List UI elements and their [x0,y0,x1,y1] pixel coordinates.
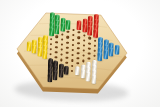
peg-hole[interactable] [71,64,74,66]
peg-hole[interactable] [76,62,79,64]
peg-hole[interactable] [82,50,85,52]
peg-hole[interactable] [71,59,74,61]
peg-blue[interactable] [103,50,108,59]
peg-hole[interactable] [88,42,91,44]
peg-hole[interactable] [82,44,85,46]
peg-hole[interactable] [55,41,58,43]
peg-white[interactable] [91,75,96,84]
peg-hole[interactable] [71,44,74,46]
peg-holes-grid [25,17,121,84]
peg-hole[interactable] [65,57,68,59]
peg-hole[interactable] [82,55,85,57]
peg-black[interactable] [64,66,69,75]
peg-hole[interactable] [49,48,52,50]
peg-hole[interactable] [60,49,63,51]
peg-blue[interactable] [114,45,119,54]
peg-hole[interactable] [66,46,69,48]
peg-hole[interactable] [72,29,75,31]
peg-hole[interactable] [77,52,80,54]
peg-hole[interactable] [61,33,64,35]
peg-hole[interactable] [76,57,79,59]
peg-red[interactable] [93,29,98,38]
peg-hole[interactable] [93,45,96,47]
peg-hole[interactable] [55,46,58,48]
peg-hole[interactable] [49,43,52,45]
peg-hole[interactable] [94,40,97,42]
peg-hole[interactable] [87,57,90,59]
peg-hole[interactable] [66,36,69,38]
peg-black[interactable] [52,71,57,80]
chinese-checkers-board [0,0,160,107]
peg-hole[interactable] [55,51,58,53]
peg-hole[interactable] [72,39,75,41]
peg-hole[interactable] [66,51,69,53]
peg-hole[interactable] [88,37,91,39]
peg-hole[interactable] [65,62,68,64]
peg-hole[interactable] [77,32,80,34]
peg-hole[interactable] [66,31,69,33]
peg-hole[interactable] [60,44,63,46]
peg-hole[interactable] [83,34,86,36]
peg-hole[interactable] [70,70,73,72]
peg-hole[interactable] [60,54,63,56]
peg-hole[interactable] [88,52,91,54]
peg-hole[interactable] [77,37,80,39]
peg-hole[interactable] [71,54,74,56]
peg-hole[interactable] [93,55,96,57]
peg-blue[interactable] [97,52,102,61]
peg-hole[interactable] [66,41,69,43]
peg-hole[interactable] [60,59,63,61]
peg-hole[interactable] [54,56,57,58]
peg-hole[interactable] [77,47,80,49]
product-photo-scene [0,0,160,107]
peg-hole[interactable] [77,42,80,44]
peg-hole[interactable] [83,39,86,41]
peg-hole[interactable] [93,50,96,52]
peg-hole[interactable] [55,36,58,38]
peg-blue[interactable] [108,47,113,56]
peg-hole[interactable] [72,34,75,36]
peg-hole[interactable] [71,49,74,51]
peg-hole[interactable] [82,60,85,62]
peg-hole[interactable] [61,39,64,41]
peg-hole[interactable] [88,47,91,49]
peg-black[interactable] [47,73,52,82]
peg-black[interactable] [58,68,63,77]
peg-hole[interactable] [50,38,53,40]
peg-hole[interactable] [49,53,52,55]
